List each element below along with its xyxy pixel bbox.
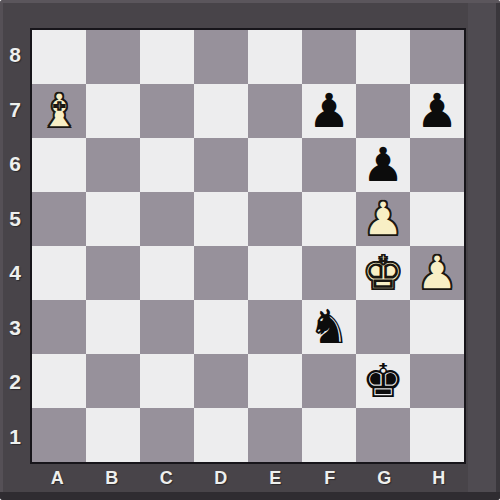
square-h7[interactable]: ♟: [410, 84, 464, 138]
square-a2[interactable]: [32, 354, 86, 408]
square-h1[interactable]: [410, 408, 464, 462]
rank-label-6: 6: [0, 137, 30, 192]
square-h3[interactable]: [410, 300, 464, 354]
square-e7[interactable]: [248, 84, 302, 138]
square-e2[interactable]: [248, 354, 302, 408]
square-c4[interactable]: [140, 246, 194, 300]
square-d1[interactable]: [194, 408, 248, 462]
square-b6[interactable]: [86, 138, 140, 192]
file-label-f: F: [303, 464, 358, 492]
square-b4[interactable]: [86, 246, 140, 300]
piece-black-pawn-g6[interactable]: ♟: [362, 141, 404, 188]
square-g6[interactable]: ♟: [356, 138, 410, 192]
piece-black-pawn-h7[interactable]: ♟: [416, 87, 458, 134]
rank-label-2: 2: [0, 355, 30, 410]
square-g5[interactable]: ♟: [356, 192, 410, 246]
file-label-a: A: [30, 464, 85, 492]
square-g1[interactable]: [356, 408, 410, 462]
rank-label-3: 3: [0, 301, 30, 356]
piece-black-king-g2[interactable]: ♚: [362, 357, 404, 404]
square-f1[interactable]: [302, 408, 356, 462]
file-label-b: B: [85, 464, 140, 492]
square-c7[interactable]: [140, 84, 194, 138]
square-c6[interactable]: [140, 138, 194, 192]
square-d3[interactable]: [194, 300, 248, 354]
square-d8[interactable]: [194, 30, 248, 84]
square-g3[interactable]: [356, 300, 410, 354]
square-h2[interactable]: [410, 354, 464, 408]
square-f6[interactable]: [302, 138, 356, 192]
square-a6[interactable]: [32, 138, 86, 192]
square-b8[interactable]: [86, 30, 140, 84]
chess-board-frame: 87654321 ♝♟♟♟♟♚♟♞♚ ABCDEFGH: [0, 0, 500, 500]
square-b1[interactable]: [86, 408, 140, 462]
rank-label-8: 8: [0, 28, 30, 83]
square-h6[interactable]: [410, 138, 464, 192]
square-d2[interactable]: [194, 354, 248, 408]
square-e1[interactable]: [248, 408, 302, 462]
square-b3[interactable]: [86, 300, 140, 354]
square-d6[interactable]: [194, 138, 248, 192]
file-label-c: C: [139, 464, 194, 492]
square-c1[interactable]: [140, 408, 194, 462]
piece-black-knight-f3[interactable]: ♞: [308, 303, 350, 350]
square-g7[interactable]: [356, 84, 410, 138]
square-e5[interactable]: [248, 192, 302, 246]
square-e3[interactable]: [248, 300, 302, 354]
square-a3[interactable]: [32, 300, 86, 354]
square-a4[interactable]: [32, 246, 86, 300]
square-a8[interactable]: [32, 30, 86, 84]
square-b2[interactable]: [86, 354, 140, 408]
square-d5[interactable]: [194, 192, 248, 246]
square-e6[interactable]: [248, 138, 302, 192]
file-label-g: G: [357, 464, 412, 492]
square-a7[interactable]: ♝: [32, 84, 86, 138]
square-c3[interactable]: [140, 300, 194, 354]
square-e4[interactable]: [248, 246, 302, 300]
square-f2[interactable]: [302, 354, 356, 408]
rank-label-7: 7: [0, 83, 30, 138]
square-g4[interactable]: ♚: [356, 246, 410, 300]
rank-label-5: 5: [0, 192, 30, 247]
board: ♝♟♟♟♟♚♟♞♚: [30, 28, 466, 464]
square-g8[interactable]: [356, 30, 410, 84]
piece-black-pawn-f7[interactable]: ♟: [308, 87, 350, 134]
rank-labels: 87654321: [0, 28, 30, 464]
square-a1[interactable]: [32, 408, 86, 462]
square-a5[interactable]: [32, 192, 86, 246]
frame-right-edge: [496, 3, 500, 492]
square-c8[interactable]: [140, 30, 194, 84]
square-b5[interactable]: [86, 192, 140, 246]
file-labels: ABCDEFGH: [30, 464, 466, 492]
file-label-h: H: [412, 464, 467, 492]
frame-bottom-edge: [0, 492, 500, 500]
square-c2[interactable]: [140, 354, 194, 408]
square-f5[interactable]: [302, 192, 356, 246]
square-d4[interactable]: [194, 246, 248, 300]
square-f8[interactable]: [302, 30, 356, 84]
piece-white-pawn-h4[interactable]: ♟: [416, 249, 458, 296]
square-e8[interactable]: [248, 30, 302, 84]
rank-label-1: 1: [0, 410, 30, 465]
square-f4[interactable]: [302, 246, 356, 300]
square-b7[interactable]: [86, 84, 140, 138]
frame-right-face: [468, 3, 496, 492]
square-h4[interactable]: ♟: [410, 246, 464, 300]
file-label-e: E: [248, 464, 303, 492]
frame-top-edge: [0, 0, 500, 3]
square-c5[interactable]: [140, 192, 194, 246]
square-f3[interactable]: ♞: [302, 300, 356, 354]
piece-white-pawn-g5[interactable]: ♟: [362, 195, 404, 242]
square-h8[interactable]: [410, 30, 464, 84]
square-f7[interactable]: ♟: [302, 84, 356, 138]
file-label-d: D: [194, 464, 249, 492]
square-d7[interactable]: [194, 84, 248, 138]
square-h5[interactable]: [410, 192, 464, 246]
square-g2[interactable]: ♚: [356, 354, 410, 408]
rank-label-4: 4: [0, 246, 30, 301]
piece-white-bishop-a7[interactable]: ♝: [38, 87, 80, 134]
piece-white-king-g4[interactable]: ♚: [362, 249, 404, 296]
